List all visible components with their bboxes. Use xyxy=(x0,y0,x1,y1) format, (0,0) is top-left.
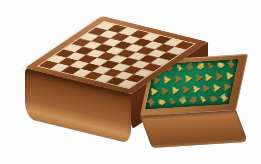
chess-set-photo: ♜♞♝♛♚♝♞♜♟♟♟♟♟♟♟♟♟♟♟♟♟♟♟♟♜♞♝♛♚♝♞♜ xyxy=(0,0,261,164)
tray-piece: ♜ xyxy=(217,90,232,105)
drawer-front-panel xyxy=(140,110,248,148)
